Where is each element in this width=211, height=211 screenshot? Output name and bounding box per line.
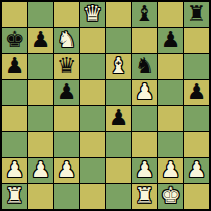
square-g7[interactable]: ♟ bbox=[158, 28, 183, 53]
square-g3[interactable] bbox=[158, 132, 183, 157]
square-c1[interactable] bbox=[54, 184, 79, 209]
black-knight-icon[interactable]: ♞ bbox=[135, 54, 155, 78]
square-e7[interactable] bbox=[106, 28, 131, 53]
black-pawn-icon[interactable]: ♟ bbox=[187, 80, 207, 104]
square-a4[interactable] bbox=[2, 106, 27, 131]
white-king-icon[interactable]: ♚ bbox=[161, 184, 181, 208]
chess-board: ♛♝♜♚♟♞♟♟♛♝♞♟♟♟♟♟♟♟♟♟♟♜♜♚ bbox=[0, 0, 211, 211]
square-f5[interactable]: ♟ bbox=[132, 80, 157, 105]
black-bishop-icon[interactable]: ♝ bbox=[135, 2, 155, 26]
white-pawn-icon[interactable]: ♟ bbox=[187, 158, 207, 182]
white-queen-icon[interactable]: ♛ bbox=[83, 2, 103, 26]
white-pawn-icon[interactable]: ♟ bbox=[135, 158, 155, 182]
square-f7[interactable] bbox=[132, 28, 157, 53]
square-e6[interactable]: ♝ bbox=[106, 54, 131, 79]
square-a6[interactable]: ♟ bbox=[2, 54, 27, 79]
white-pawn-icon[interactable]: ♟ bbox=[57, 158, 77, 182]
square-e3[interactable] bbox=[106, 132, 131, 157]
square-a1[interactable]: ♜ bbox=[2, 184, 27, 209]
black-rook-icon[interactable]: ♜ bbox=[187, 2, 207, 26]
square-d4[interactable] bbox=[80, 106, 105, 131]
square-f3[interactable] bbox=[132, 132, 157, 157]
square-g8[interactable] bbox=[158, 2, 183, 27]
square-g5[interactable] bbox=[158, 80, 183, 105]
square-c7[interactable]: ♞ bbox=[54, 28, 79, 53]
black-queen-icon[interactable]: ♛ bbox=[57, 54, 77, 78]
square-c2[interactable]: ♟ bbox=[54, 158, 79, 183]
square-d3[interactable] bbox=[80, 132, 105, 157]
square-f4[interactable] bbox=[132, 106, 157, 131]
square-h2[interactable]: ♟ bbox=[184, 158, 209, 183]
square-e2[interactable] bbox=[106, 158, 131, 183]
square-c8[interactable] bbox=[54, 2, 79, 27]
square-f2[interactable]: ♟ bbox=[132, 158, 157, 183]
black-king-icon[interactable]: ♚ bbox=[5, 28, 25, 52]
square-d1[interactable] bbox=[80, 184, 105, 209]
square-b8[interactable] bbox=[28, 2, 53, 27]
square-h4[interactable] bbox=[184, 106, 209, 131]
square-a3[interactable] bbox=[2, 132, 27, 157]
square-d2[interactable] bbox=[80, 158, 105, 183]
square-a5[interactable] bbox=[2, 80, 27, 105]
square-c3[interactable] bbox=[54, 132, 79, 157]
square-b3[interactable] bbox=[28, 132, 53, 157]
square-e5[interactable] bbox=[106, 80, 131, 105]
white-knight-icon[interactable]: ♞ bbox=[57, 28, 77, 52]
square-b6[interactable] bbox=[28, 54, 53, 79]
black-pawn-icon[interactable]: ♟ bbox=[161, 28, 181, 52]
black-pawn-icon[interactable]: ♟ bbox=[57, 80, 77, 104]
square-a8[interactable] bbox=[2, 2, 27, 27]
black-pawn-icon[interactable]: ♟ bbox=[109, 106, 129, 130]
white-pawn-icon[interactable]: ♟ bbox=[5, 158, 25, 182]
square-d6[interactable] bbox=[80, 54, 105, 79]
white-pawn-icon[interactable]: ♟ bbox=[135, 80, 155, 104]
square-b2[interactable]: ♟ bbox=[28, 158, 53, 183]
square-e1[interactable] bbox=[106, 184, 131, 209]
square-h7[interactable] bbox=[184, 28, 209, 53]
square-g4[interactable] bbox=[158, 106, 183, 131]
square-c6[interactable]: ♛ bbox=[54, 54, 79, 79]
white-pawn-icon[interactable]: ♟ bbox=[31, 158, 51, 182]
black-pawn-icon[interactable]: ♟ bbox=[31, 28, 51, 52]
square-d8[interactable]: ♛ bbox=[80, 2, 105, 27]
square-c4[interactable] bbox=[54, 106, 79, 131]
square-d5[interactable] bbox=[80, 80, 105, 105]
square-a2[interactable]: ♟ bbox=[2, 158, 27, 183]
square-f6[interactable]: ♞ bbox=[132, 54, 157, 79]
black-pawn-icon[interactable]: ♟ bbox=[5, 54, 25, 78]
square-b5[interactable] bbox=[28, 80, 53, 105]
square-g1[interactable]: ♚ bbox=[158, 184, 183, 209]
white-pawn-icon[interactable]: ♟ bbox=[161, 158, 181, 182]
square-h3[interactable] bbox=[184, 132, 209, 157]
white-bishop-icon[interactable]: ♝ bbox=[109, 54, 129, 78]
square-h5[interactable]: ♟ bbox=[184, 80, 209, 105]
square-e4[interactable]: ♟ bbox=[106, 106, 131, 131]
square-a7[interactable]: ♚ bbox=[2, 28, 27, 53]
white-rook-icon[interactable]: ♜ bbox=[5, 184, 25, 208]
square-h1[interactable] bbox=[184, 184, 209, 209]
square-d7[interactable] bbox=[80, 28, 105, 53]
square-f8[interactable]: ♝ bbox=[132, 2, 157, 27]
square-b4[interactable] bbox=[28, 106, 53, 131]
square-f1[interactable]: ♜ bbox=[132, 184, 157, 209]
square-h6[interactable] bbox=[184, 54, 209, 79]
white-rook-icon[interactable]: ♜ bbox=[135, 184, 155, 208]
square-e8[interactable] bbox=[106, 2, 131, 27]
square-b7[interactable]: ♟ bbox=[28, 28, 53, 53]
square-g2[interactable]: ♟ bbox=[158, 158, 183, 183]
square-c5[interactable]: ♟ bbox=[54, 80, 79, 105]
square-h8[interactable]: ♜ bbox=[184, 2, 209, 27]
square-b1[interactable] bbox=[28, 184, 53, 209]
square-g6[interactable] bbox=[158, 54, 183, 79]
